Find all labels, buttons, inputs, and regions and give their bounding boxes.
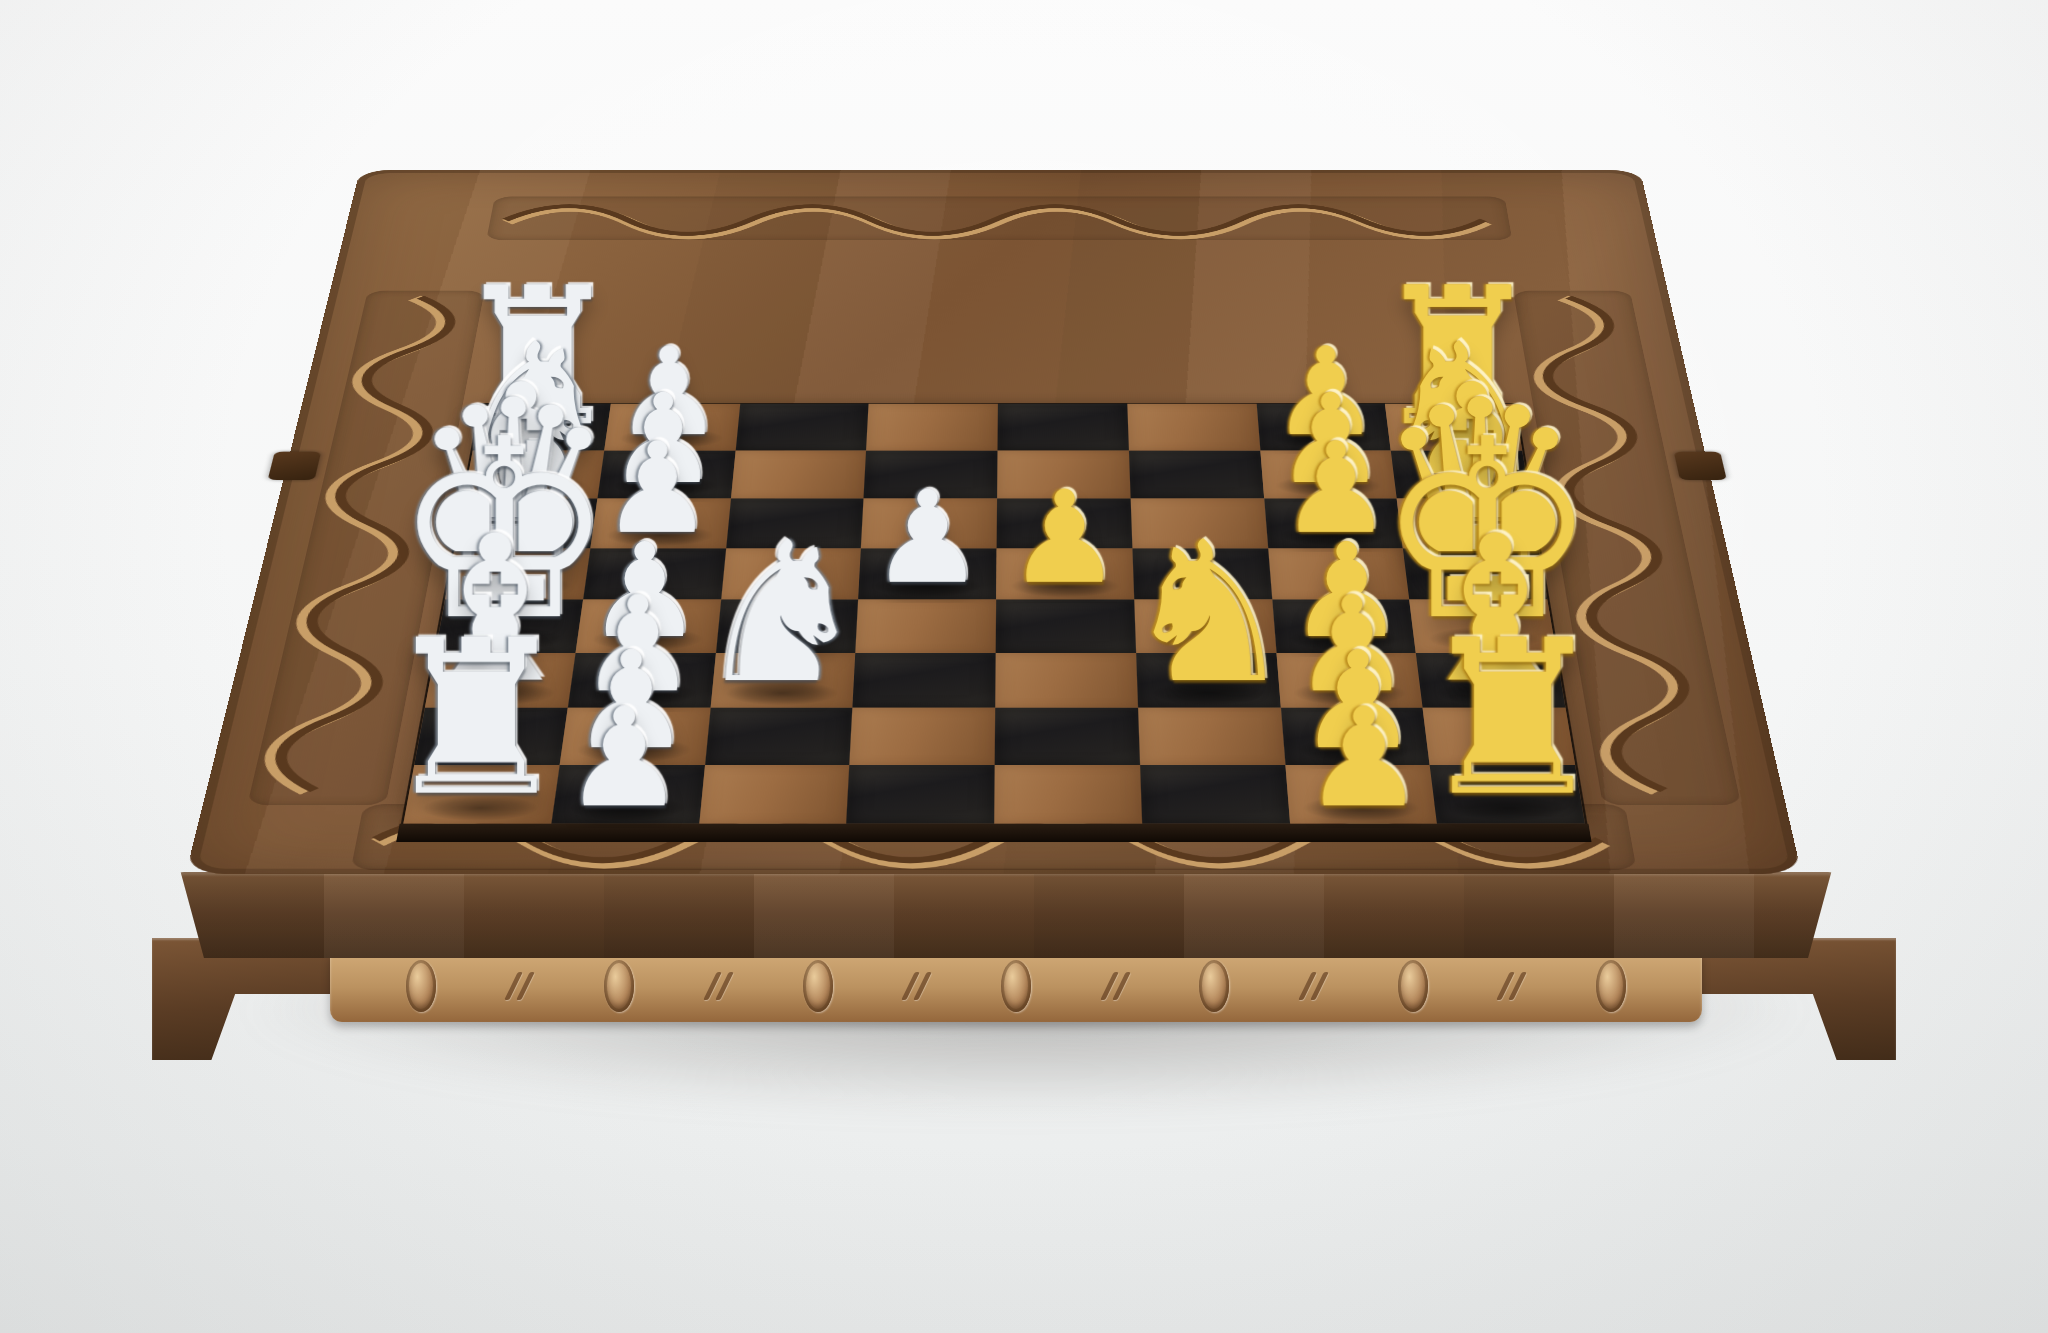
square-g6[interactable] xyxy=(1138,708,1285,765)
chess-tray: ♜♟♟♜♞♟♟♞♝♟♟♝♛♟♟♛♚♟♟♚♝♟♞♞♟♝♟♟♜♟♟♜ xyxy=(186,170,1802,874)
scene-3d: ♜♟♟♜♞♟♟♞♝♟♟♝♛♟♟♛♚♟♟♚♝♟♞♞♟♝♟♟♜♟♟♜ xyxy=(0,0,2048,1333)
square-h8[interactable]: ♜ xyxy=(1430,765,1585,824)
square-a4[interactable] xyxy=(866,404,998,451)
gold-pawn-h7[interactable]: ♟ xyxy=(1302,690,1425,827)
square-d5[interactable]: ♟ xyxy=(996,548,1134,599)
square-h4[interactable] xyxy=(846,765,994,824)
square-e5[interactable] xyxy=(996,600,1136,653)
square-h2[interactable]: ♟ xyxy=(551,765,704,824)
gold-rook-h8[interactable]: ♜ xyxy=(1416,612,1608,826)
carved-border-top xyxy=(486,197,1512,241)
square-f6[interactable]: ♞ xyxy=(1136,653,1281,708)
chess-board: ♜♟♟♜♞♟♟♞♝♟♟♝♛♟♟♛♚♟♟♚♝♟♞♞♟♝♟♟♜♟♟♜ xyxy=(403,404,1585,824)
square-a6[interactable] xyxy=(1127,404,1260,451)
square-f4[interactable] xyxy=(853,653,996,708)
vine-carving-icon xyxy=(486,197,1512,241)
silver-pawn-d4[interactable]: ♟ xyxy=(870,474,985,602)
square-a5[interactable] xyxy=(997,404,1128,451)
square-h1[interactable]: ♜ xyxy=(403,765,559,824)
square-g5[interactable] xyxy=(995,708,1140,765)
square-f3[interactable]: ♞ xyxy=(710,653,855,708)
square-e4[interactable] xyxy=(856,600,997,653)
side-latch-right xyxy=(1674,452,1727,480)
photo-stage: ♜♟♟♜♞♟♟♞♝♟♟♝♛♟♟♛♚♟♟♚♝♟♞♞♟♝♟♟♜♟♟♜ xyxy=(0,0,2048,1333)
gold-knight-f6[interactable]: ♞ xyxy=(1122,516,1297,711)
square-h5[interactable] xyxy=(994,765,1142,824)
silver-pawn-h2[interactable]: ♟ xyxy=(563,690,686,827)
square-f5[interactable] xyxy=(995,653,1138,708)
square-h3[interactable] xyxy=(699,765,850,824)
silver-rook-h1[interactable]: ♜ xyxy=(380,612,572,826)
side-latch-left xyxy=(268,452,322,480)
square-g4[interactable] xyxy=(850,708,996,765)
silver-knight-f3[interactable]: ♞ xyxy=(694,516,869,711)
square-g3[interactable] xyxy=(705,708,853,765)
square-h6[interactable] xyxy=(1140,765,1290,824)
square-h7[interactable]: ♟ xyxy=(1285,765,1437,824)
square-d4[interactable]: ♟ xyxy=(858,548,996,599)
gold-pawn-d5[interactable]: ♟ xyxy=(1008,474,1123,602)
square-a3[interactable] xyxy=(735,404,869,451)
